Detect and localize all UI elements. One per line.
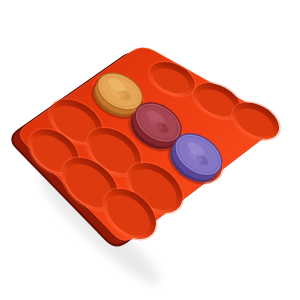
mold-photo (0, 0, 300, 300)
photo-canvas (0, 0, 300, 300)
